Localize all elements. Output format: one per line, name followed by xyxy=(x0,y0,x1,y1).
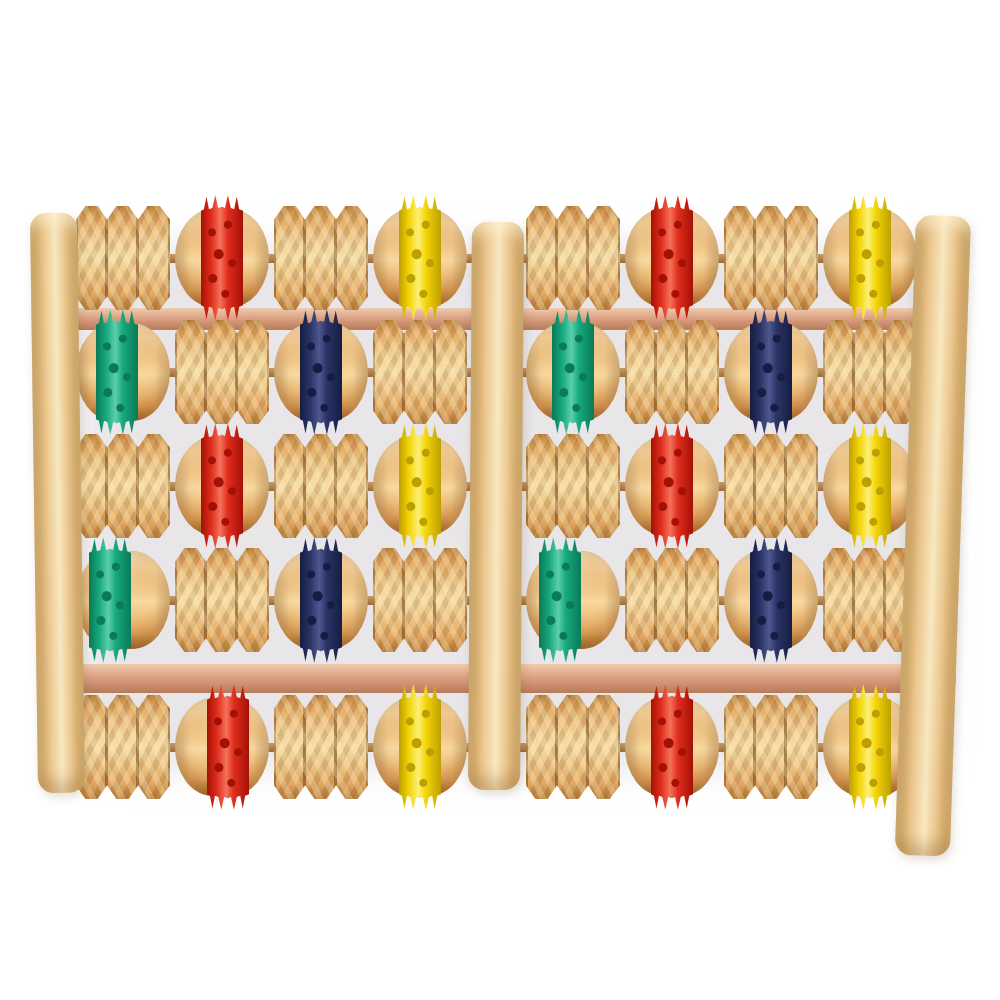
right-panel-row2-roller1-green-band xyxy=(526,323,620,421)
green-spiky-band xyxy=(552,308,594,436)
left-panel-row5-roller1-wood-ridged xyxy=(76,694,170,800)
right-panel-row4-roller1-green-band xyxy=(526,551,620,649)
red-spiky-band xyxy=(651,683,693,811)
green-spiky-band xyxy=(96,308,138,436)
right-panel-row1-roller2-red-band xyxy=(625,209,719,307)
right-panel-row2-roller4-wood-ridged xyxy=(823,319,917,425)
red-spiky-band xyxy=(651,194,693,322)
left-panel-row3-roller2-red-band xyxy=(175,437,269,535)
right-panel-row1-roller3-wood-ridged xyxy=(724,205,818,311)
right-panel-row5-roller1-wood-ridged xyxy=(526,694,620,800)
right-panel-row3-roller2-red-band xyxy=(625,437,719,535)
left-panel-row5-roller3-wood-ridged xyxy=(274,694,368,800)
left-panel-row1-roller1-wood-ridged xyxy=(76,205,170,311)
left-panel-row4-roller3-navy-band xyxy=(274,551,368,649)
left-panel-row2-roller3-navy-band xyxy=(274,323,368,421)
right-panel-row1-roller1-wood-ridged xyxy=(526,205,620,311)
right-panel-row5-roller2-red-band xyxy=(625,698,719,796)
left-panel-row3-roller1-wood-ridged xyxy=(76,433,170,539)
yellow-spiky-band xyxy=(399,422,441,550)
left-panel-row4-roller2-wood-ridged xyxy=(175,547,269,653)
right-panel-row4-roller3-navy-band xyxy=(724,551,818,649)
frame-rail-left xyxy=(30,213,85,794)
navy-spiky-band xyxy=(300,308,342,436)
right-panel-row2-roller2-wood-ridged xyxy=(625,319,719,425)
yellow-spiky-band xyxy=(849,422,891,550)
yellow-spiky-band xyxy=(849,683,891,811)
red-spiky-band xyxy=(651,422,693,550)
red-spiky-band xyxy=(201,194,243,322)
yellow-spiky-band xyxy=(399,194,441,322)
left-panel-row2-roller1-green-band xyxy=(76,323,170,421)
green-spiky-band xyxy=(539,536,581,664)
right-panel-row2-roller3-navy-band xyxy=(724,323,818,421)
left-panel-row5-roller4-yellow-band xyxy=(373,698,467,796)
green-spiky-band xyxy=(89,536,131,664)
left-panel-row4-roller1-green-band xyxy=(76,551,170,649)
navy-spiky-band xyxy=(300,536,342,664)
right-panel-row1-roller4-yellow-band xyxy=(823,209,917,307)
right-panel-row3-roller1-wood-ridged xyxy=(526,433,620,539)
left-panel-row2-roller4-wood-ridged xyxy=(373,319,467,425)
right-panel-row3-roller3-wood-ridged xyxy=(724,433,818,539)
navy-spiky-band xyxy=(750,536,792,664)
left-panel-row5-roller2-red-band xyxy=(175,698,269,796)
left-panel-row3-roller3-wood-ridged xyxy=(274,433,368,539)
right-panel-row3-roller4-yellow-band xyxy=(823,437,917,535)
left-panel-row1-roller3-wood-ridged xyxy=(274,205,368,311)
navy-spiky-band xyxy=(750,308,792,436)
frame-rail-center-hinge xyxy=(468,222,524,790)
left-panel-row4-roller4-wood-ridged xyxy=(373,547,467,653)
yellow-spiky-band xyxy=(399,683,441,811)
yellow-spiky-band xyxy=(849,194,891,322)
product-photo-foot-massage-roller xyxy=(0,0,1000,1000)
left-panel-row1-roller4-yellow-band xyxy=(373,209,467,307)
red-spiky-band xyxy=(201,422,243,550)
right-panel-row5-roller3-wood-ridged xyxy=(724,694,818,800)
left-panel-row3-roller4-yellow-band xyxy=(373,437,467,535)
right-panel-row4-roller2-wood-ridged xyxy=(625,547,719,653)
left-panel-row1-roller2-red-band xyxy=(175,209,269,307)
red-spiky-band xyxy=(207,683,249,811)
left-panel-row2-roller2-wood-ridged xyxy=(175,319,269,425)
